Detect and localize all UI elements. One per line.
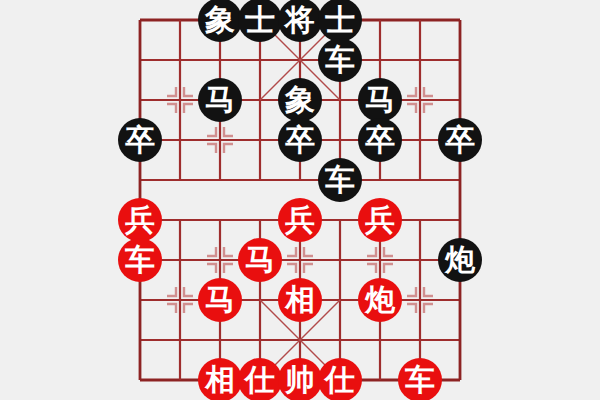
piece-red-pawn[interactable]: 兵 xyxy=(358,198,402,242)
pieces-layer: 象士将士车马象马卒卒卒卒车炮兵兵兵车马马相炮相仕帅仕车 xyxy=(0,0,600,400)
piece-red-pawn[interactable]: 兵 xyxy=(278,198,322,242)
piece-red-chariot[interactable]: 车 xyxy=(118,238,162,282)
piece-red-elephant[interactable]: 相 xyxy=(198,358,242,400)
piece-red-chariot[interactable]: 车 xyxy=(398,358,442,400)
piece-red-elephant[interactable]: 相 xyxy=(278,278,322,322)
piece-red-general[interactable]: 帅 xyxy=(278,358,322,400)
piece-black-pawn[interactable]: 卒 xyxy=(358,118,402,162)
piece-black-advisor[interactable]: 士 xyxy=(318,0,362,42)
piece-black-pawn[interactable]: 卒 xyxy=(118,118,162,162)
piece-black-horse[interactable]: 马 xyxy=(198,78,242,122)
piece-black-cannon[interactable]: 炮 xyxy=(438,238,482,282)
piece-black-elephant[interactable]: 象 xyxy=(198,0,242,42)
piece-red-pawn[interactable]: 兵 xyxy=(118,198,162,242)
piece-black-horse[interactable]: 马 xyxy=(358,78,402,122)
piece-black-advisor[interactable]: 士 xyxy=(238,0,282,42)
piece-red-advisor[interactable]: 仕 xyxy=(318,358,362,400)
xiangqi-board[interactable]: 象士将士车马象马卒卒卒卒车炮兵兵兵车马马相炮相仕帅仕车 xyxy=(0,0,600,400)
piece-black-chariot[interactable]: 车 xyxy=(318,158,362,202)
piece-red-advisor[interactable]: 仕 xyxy=(238,358,282,400)
xiangqi-app: 象士将士车马象马卒卒卒卒车炮兵兵兵车马马相炮相仕帅仕车 xyxy=(0,0,600,400)
piece-black-pawn[interactable]: 卒 xyxy=(438,118,482,162)
piece-black-general[interactable]: 将 xyxy=(278,0,322,42)
piece-black-chariot[interactable]: 车 xyxy=(318,38,362,82)
piece-red-horse[interactable]: 马 xyxy=(238,238,282,282)
piece-black-pawn[interactable]: 卒 xyxy=(278,118,322,162)
piece-red-cannon[interactable]: 炮 xyxy=(358,278,402,322)
piece-black-elephant[interactable]: 象 xyxy=(278,78,322,122)
piece-red-horse[interactable]: 马 xyxy=(198,278,242,322)
